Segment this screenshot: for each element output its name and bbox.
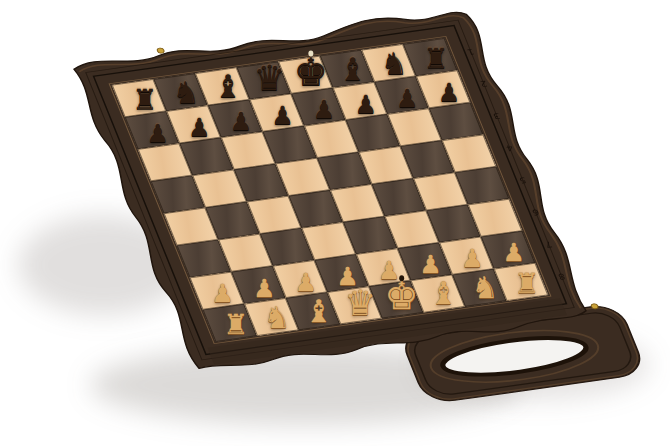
- brass-hinge-pin: [157, 48, 165, 54]
- piece-black-pawn[interactable]: ♟: [428, 80, 470, 105]
- king-finial: [399, 275, 404, 281]
- king-finial: [308, 51, 313, 57]
- piece-white-pawn[interactable]: ♟: [493, 240, 535, 265]
- piece-white-rook[interactable]: ♜: [506, 270, 548, 298]
- piece-black-rook[interactable]: ♜: [415, 45, 457, 73]
- photo-stage: 1 2 3 4 5 6 7 8 ♜♞♝♛♚♝♞♜♟♟♟♟♟♟♟♟♟♟♟♟♟♟♟♟…: [0, 0, 670, 446]
